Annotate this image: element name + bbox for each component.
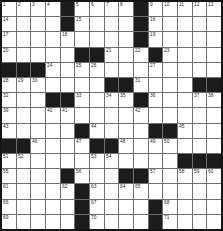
black-cell — [134, 32, 148, 46]
black-cell — [46, 93, 60, 107]
black-cell — [134, 169, 148, 183]
white-cell[interactable] — [193, 63, 207, 77]
black-cell — [134, 17, 148, 31]
white-cell[interactable] — [46, 48, 60, 62]
white-cell[interactable] — [134, 63, 148, 77]
white-cell[interactable] — [17, 48, 31, 62]
white-cell[interactable] — [207, 48, 221, 62]
black-cell — [119, 169, 133, 183]
black-cell — [134, 2, 148, 16]
black-cell — [105, 78, 119, 92]
white-cell[interactable]: 11 — [178, 2, 192, 16]
clue-number: 59 — [194, 169, 199, 174]
white-cell[interactable]: 40 — [46, 108, 60, 122]
white-cell[interactable]: 66 — [2, 200, 16, 214]
black-cell — [17, 63, 31, 77]
white-cell[interactable]: 62 — [61, 184, 75, 198]
white-cell[interactable]: 50 — [163, 139, 177, 153]
white-cell[interactable]: 67 — [90, 200, 104, 214]
white-cell[interactable]: 24 — [46, 63, 60, 77]
white-cell[interactable]: 29 — [17, 78, 31, 92]
black-cell — [207, 78, 221, 92]
clue-number: 21 — [106, 48, 111, 53]
clue-number: 65 — [135, 184, 140, 189]
white-cell[interactable] — [46, 200, 60, 214]
clue-number: 57 — [150, 169, 155, 174]
clue-number: 43 — [3, 124, 8, 129]
white-cell[interactable]: 55 — [2, 169, 16, 183]
white-cell[interactable]: 53 — [90, 154, 104, 168]
black-cell — [163, 124, 177, 138]
white-cell[interactable]: 63 — [90, 184, 104, 198]
white-cell[interactable]: 15 — [75, 17, 89, 31]
white-cell[interactable] — [75, 154, 89, 168]
clue-number: 12 — [194, 2, 199, 7]
clue-number: 32 — [3, 93, 8, 98]
clue-number: 22 — [135, 48, 140, 53]
white-cell[interactable] — [61, 215, 75, 229]
white-cell[interactable]: 54 — [105, 154, 119, 168]
white-cell[interactable] — [31, 124, 45, 138]
white-cell[interactable] — [119, 124, 133, 138]
white-cell[interactable] — [90, 32, 104, 46]
white-cell[interactable] — [193, 32, 207, 46]
white-cell[interactable] — [163, 78, 177, 92]
white-cell[interactable] — [163, 32, 177, 46]
white-cell[interactable] — [149, 154, 163, 168]
white-cell[interactable] — [105, 124, 119, 138]
white-cell[interactable] — [149, 184, 163, 198]
white-cell[interactable]: 49 — [149, 139, 163, 153]
white-cell[interactable] — [61, 124, 75, 138]
clue-number: 70 — [91, 215, 96, 220]
white-cell[interactable] — [163, 154, 177, 168]
clue-number: 11 — [179, 2, 184, 7]
white-cell[interactable] — [17, 108, 31, 122]
white-cell[interactable] — [17, 93, 31, 107]
white-cell[interactable] — [149, 78, 163, 92]
white-cell[interactable]: 7 — [105, 2, 119, 16]
white-cell[interactable] — [193, 184, 207, 198]
black-cell — [105, 139, 119, 153]
white-cell[interactable]: 58 — [178, 169, 192, 183]
clue-number: 68 — [164, 200, 169, 205]
white-cell[interactable] — [105, 32, 119, 46]
clue-number: 48 — [120, 139, 125, 144]
white-cell[interactable]: 70 — [90, 215, 104, 229]
white-cell[interactable]: 30 — [31, 78, 45, 92]
clue-number: 44 — [91, 124, 96, 129]
white-cell[interactable] — [207, 17, 221, 31]
white-cell[interactable] — [75, 78, 89, 92]
clue-number: 58 — [179, 169, 184, 174]
clue-number: 39 — [3, 108, 8, 113]
white-cell[interactable] — [61, 78, 75, 92]
clue-number: 38 — [208, 93, 213, 98]
white-cell[interactable] — [178, 78, 192, 92]
white-cell[interactable] — [31, 184, 45, 198]
clue-number: 62 — [62, 184, 67, 189]
white-cell[interactable]: 22 — [134, 48, 148, 62]
clue-number: 25 — [76, 63, 81, 68]
white-cell[interactable]: 44 — [90, 124, 104, 138]
black-cell — [75, 124, 89, 138]
white-cell[interactable] — [61, 63, 75, 77]
white-cell[interactable]: 19 — [149, 32, 163, 46]
white-cell[interactable]: 59 — [193, 169, 207, 183]
white-cell[interactable]: 26 — [90, 63, 104, 77]
clue-number: 6 — [91, 2, 94, 7]
white-cell[interactable]: 4 — [46, 2, 60, 16]
white-cell[interactable]: 34 — [105, 93, 119, 107]
white-cell[interactable] — [134, 124, 148, 138]
white-cell[interactable] — [163, 169, 177, 183]
white-cell[interactable]: 33 — [75, 93, 89, 107]
black-cell — [75, 215, 89, 229]
clue-number: 63 — [91, 184, 96, 189]
white-cell[interactable] — [119, 48, 133, 62]
clue-number: 4 — [47, 2, 50, 7]
white-cell[interactable]: 20 — [2, 48, 16, 62]
white-cell[interactable] — [207, 139, 221, 153]
clue-number: 36 — [150, 93, 155, 98]
white-cell[interactable] — [17, 124, 31, 138]
white-cell[interactable] — [31, 48, 45, 62]
white-cell[interactable]: 27 — [149, 63, 163, 77]
white-cell[interactable]: 1 — [2, 2, 16, 16]
white-cell[interactable]: 68 — [163, 200, 177, 214]
white-cell[interactable]: 8 — [119, 2, 133, 16]
black-cell — [2, 139, 16, 153]
white-cell[interactable] — [46, 154, 60, 168]
clue-number: 54 — [106, 154, 111, 159]
black-cell — [193, 154, 207, 168]
white-cell[interactable] — [17, 169, 31, 183]
white-cell[interactable]: 43 — [2, 124, 16, 138]
white-cell[interactable] — [46, 78, 60, 92]
white-cell[interactable] — [61, 154, 75, 168]
white-cell[interactable]: 61 — [2, 184, 16, 198]
white-cell[interactable] — [31, 108, 45, 122]
white-cell[interactable] — [46, 32, 60, 46]
white-cell[interactable]: 37 — [193, 93, 207, 107]
white-cell[interactable] — [207, 184, 221, 198]
white-cell[interactable] — [90, 78, 104, 92]
black-cell — [149, 215, 163, 229]
clue-number: 2 — [18, 2, 21, 7]
white-cell[interactable] — [17, 215, 31, 229]
white-cell[interactable] — [31, 154, 45, 168]
white-cell[interactable]: 2 — [17, 2, 31, 16]
white-cell[interactable] — [178, 48, 192, 62]
white-cell[interactable] — [149, 108, 163, 122]
clue-number: 71 — [164, 215, 169, 220]
clue-number: 37 — [194, 93, 199, 98]
clue-number: 51 — [3, 154, 8, 159]
black-cell — [75, 184, 89, 198]
black-cell — [193, 78, 207, 92]
white-cell[interactable]: 38 — [207, 93, 221, 107]
clue-number: 41 — [62, 108, 67, 113]
clue-number: 69 — [3, 215, 8, 220]
white-cell[interactable] — [90, 169, 104, 183]
white-cell[interactable] — [17, 17, 31, 31]
white-cell[interactable] — [105, 200, 119, 214]
white-cell[interactable] — [105, 169, 119, 183]
black-cell — [90, 48, 104, 62]
clue-number: 20 — [3, 48, 8, 53]
white-cell[interactable] — [163, 17, 177, 31]
white-cell[interactable]: 14 — [2, 17, 16, 31]
white-cell[interactable]: 35 — [119, 93, 133, 107]
white-cell[interactable] — [31, 32, 45, 46]
black-cell — [149, 200, 163, 214]
black-cell — [119, 78, 133, 92]
white-cell[interactable]: 18 — [61, 32, 75, 46]
white-cell[interactable]: 41 — [61, 108, 75, 122]
clue-number: 30 — [32, 78, 37, 83]
clue-number: 18 — [62, 32, 67, 37]
clue-number: 33 — [76, 93, 81, 98]
black-cell — [149, 124, 163, 138]
white-cell[interactable] — [46, 124, 60, 138]
white-cell[interactable]: 31 — [134, 78, 148, 92]
white-cell[interactable]: 13 — [207, 2, 221, 16]
clue-number: 46 — [32, 139, 37, 144]
crossword-board: 1234567891011121314151617181920212223242… — [0, 0, 223, 231]
white-cell[interactable] — [207, 124, 221, 138]
clue-number: 9 — [150, 2, 153, 7]
white-cell[interactable] — [119, 108, 133, 122]
black-cell — [149, 48, 163, 62]
white-cell[interactable]: 45 — [178, 124, 192, 138]
white-cell[interactable] — [75, 32, 89, 46]
white-cell[interactable] — [207, 32, 221, 46]
white-cell[interactable] — [207, 108, 221, 122]
clue-number: 27 — [150, 63, 155, 68]
clue-number: 50 — [164, 139, 169, 144]
white-cell[interactable] — [119, 17, 133, 31]
white-cell[interactable] — [193, 48, 207, 62]
white-cell[interactable]: 9 — [149, 2, 163, 16]
white-cell[interactable]: 36 — [149, 93, 163, 107]
clue-number: 15 — [76, 17, 81, 22]
white-cell[interactable] — [134, 139, 148, 153]
white-cell[interactable]: 57 — [149, 169, 163, 183]
white-cell[interactable] — [119, 154, 133, 168]
white-cell[interactable]: 21 — [105, 48, 119, 62]
white-cell[interactable] — [75, 108, 89, 122]
white-cell[interactable] — [17, 32, 31, 46]
clue-number: 61 — [3, 184, 8, 189]
clue-number: 67 — [91, 200, 96, 205]
white-cell[interactable] — [193, 124, 207, 138]
white-cell[interactable] — [134, 215, 148, 229]
clue-number: 28 — [3, 78, 8, 83]
clue-number: 60 — [208, 169, 213, 174]
white-cell[interactable] — [31, 200, 45, 214]
white-cell[interactable]: 65 — [134, 184, 148, 198]
white-cell[interactable] — [178, 184, 192, 198]
white-cell[interactable]: 25 — [75, 63, 89, 77]
black-cell — [61, 169, 75, 183]
white-cell[interactable] — [46, 169, 60, 183]
white-cell[interactable] — [178, 215, 192, 229]
white-cell[interactable] — [163, 108, 177, 122]
black-cell — [17, 139, 31, 153]
white-cell[interactable] — [31, 215, 45, 229]
white-cell[interactable] — [31, 169, 45, 183]
white-cell[interactable] — [134, 200, 148, 214]
black-cell — [61, 2, 75, 16]
clue-number: 23 — [164, 48, 169, 53]
clue-number: 45 — [179, 124, 184, 129]
clue-number: 35 — [120, 93, 125, 98]
white-cell[interactable]: 48 — [119, 139, 133, 153]
white-cell[interactable]: 32 — [2, 93, 16, 107]
clue-number: 49 — [150, 139, 155, 144]
white-cell[interactable]: 52 — [17, 154, 31, 168]
white-cell[interactable] — [90, 17, 104, 31]
black-cell — [2, 63, 16, 77]
white-cell[interactable] — [31, 17, 45, 31]
white-cell[interactable]: 56 — [75, 169, 89, 183]
white-cell[interactable] — [105, 184, 119, 198]
white-cell[interactable] — [119, 200, 133, 214]
clue-number: 26 — [91, 63, 96, 68]
black-cell — [134, 93, 148, 107]
white-cell[interactable] — [31, 93, 45, 107]
white-cell[interactable] — [46, 139, 60, 153]
white-cell[interactable]: 12 — [193, 2, 207, 16]
clue-number: 14 — [3, 17, 8, 22]
white-cell[interactable]: 16 — [149, 17, 163, 31]
white-cell[interactable] — [163, 63, 177, 77]
black-cell — [61, 93, 75, 107]
white-cell[interactable]: 42 — [134, 108, 148, 122]
white-cell[interactable]: 39 — [2, 108, 16, 122]
white-cell[interactable] — [61, 139, 75, 153]
white-cell[interactable] — [105, 215, 119, 229]
clue-number: 10 — [164, 2, 169, 7]
white-cell[interactable] — [105, 63, 119, 77]
white-cell[interactable] — [163, 184, 177, 198]
white-cell[interactable] — [46, 17, 60, 31]
white-cell[interactable] — [119, 63, 133, 77]
clue-number: 19 — [150, 32, 155, 37]
clue-number: 24 — [47, 63, 52, 68]
clue-number: 42 — [135, 108, 140, 113]
white-cell[interactable]: 23 — [163, 48, 177, 62]
clue-number: 17 — [3, 32, 8, 37]
white-cell[interactable]: 69 — [2, 215, 16, 229]
black-cell — [31, 63, 45, 77]
clue-number: 29 — [18, 78, 23, 83]
white-cell[interactable]: 28 — [2, 78, 16, 92]
white-cell[interactable] — [207, 215, 221, 229]
clue-number: 3 — [32, 2, 35, 7]
clue-number: 55 — [3, 169, 8, 174]
white-cell[interactable] — [61, 48, 75, 62]
white-cell[interactable]: 10 — [163, 2, 177, 16]
white-cell[interactable] — [105, 17, 119, 31]
white-cell[interactable] — [119, 32, 133, 46]
white-cell[interactable] — [193, 200, 207, 214]
white-cell[interactable]: 3 — [31, 2, 45, 16]
clue-number: 1 — [3, 2, 6, 7]
clue-number: 56 — [76, 169, 81, 174]
white-cell[interactable] — [46, 215, 60, 229]
clue-number: 7 — [106, 2, 109, 7]
clue-number: 47 — [76, 139, 81, 144]
white-cell[interactable] — [178, 139, 192, 153]
white-cell[interactable] — [90, 108, 104, 122]
white-cell[interactable]: 17 — [2, 32, 16, 46]
black-cell — [75, 48, 89, 62]
clue-number: 34 — [106, 93, 111, 98]
white-cell[interactable]: 51 — [2, 154, 16, 168]
clue-number: 5 — [76, 2, 79, 7]
white-cell[interactable] — [207, 200, 221, 214]
white-cell[interactable] — [178, 200, 192, 214]
white-cell[interactable] — [178, 17, 192, 31]
white-cell[interactable]: 6 — [90, 2, 104, 16]
clue-number: 16 — [150, 17, 155, 22]
clue-number: 40 — [47, 108, 52, 113]
white-cell[interactable] — [17, 200, 31, 214]
white-cell[interactable] — [105, 108, 119, 122]
white-cell[interactable]: 47 — [75, 139, 89, 153]
white-cell[interactable] — [193, 108, 207, 122]
clue-number: 13 — [208, 2, 213, 7]
white-cell[interactable] — [46, 184, 60, 198]
clue-number: 31 — [135, 78, 140, 83]
black-cell — [207, 154, 221, 168]
clue-number: 53 — [91, 154, 96, 159]
white-cell[interactable]: 46 — [31, 139, 45, 153]
white-cell[interactable] — [193, 139, 207, 153]
white-cell[interactable]: 60 — [207, 169, 221, 183]
clue-number: 66 — [3, 200, 8, 205]
white-cell[interactable] — [61, 200, 75, 214]
white-cell[interactable] — [178, 108, 192, 122]
white-cell[interactable] — [178, 32, 192, 46]
black-cell — [90, 139, 104, 153]
black-cell — [178, 154, 192, 168]
black-cell — [61, 17, 75, 31]
clue-number: 52 — [18, 154, 23, 159]
white-cell[interactable] — [90, 93, 104, 107]
white-cell[interactable]: 5 — [75, 2, 89, 16]
white-cell[interactable] — [17, 184, 31, 198]
white-cell[interactable] — [178, 63, 192, 77]
white-cell[interactable] — [193, 17, 207, 31]
white-cell[interactable] — [119, 215, 133, 229]
white-cell[interactable] — [163, 93, 177, 107]
clue-number: 8 — [120, 2, 123, 7]
white-cell[interactable] — [207, 63, 221, 77]
white-cell[interactable] — [134, 154, 148, 168]
clue-number: 64 — [120, 184, 125, 189]
white-cell[interactable]: 71 — [163, 215, 177, 229]
black-cell — [75, 200, 89, 214]
white-cell[interactable] — [193, 215, 207, 229]
white-cell[interactable] — [178, 93, 192, 107]
white-cell[interactable]: 64 — [119, 184, 133, 198]
